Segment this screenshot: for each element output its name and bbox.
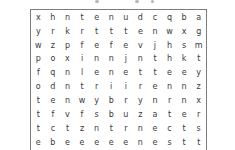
grid-cell-r10c5: e: [89, 136, 104, 150]
grid-cell-r7c11: n: [177, 94, 192, 108]
grid-cell-r3c5: e: [89, 39, 104, 53]
grid-cell-r4c7: j: [118, 53, 133, 67]
grid-cell-r3c8: v: [133, 39, 148, 53]
grid-cell-r1c8: d: [133, 11, 148, 25]
grid-cell-r10c4: e: [75, 136, 90, 150]
grid-cell-r1c9: c: [148, 11, 163, 25]
grid-cell-r6c8: r: [133, 80, 148, 94]
text-fragment: [95, 0, 99, 3]
grid-cell-r6c5: r: [89, 80, 104, 94]
grid-cell-r10c1: e: [31, 136, 46, 150]
grid-cell-r9c12: s: [191, 122, 206, 136]
grid-cell-r4c9: t: [148, 53, 163, 67]
grid-cell-r8c9: a: [148, 108, 163, 122]
grid-cell-r2c6: t: [104, 25, 119, 39]
grid-cell-r7c7: r: [118, 94, 133, 108]
grid-cell-r8c2: f: [46, 108, 61, 122]
grid-cell-r9c9: e: [148, 122, 163, 136]
grid-cell-r4c5: n: [89, 53, 104, 67]
grid-cell-r5c3: n: [60, 66, 75, 80]
text-fragment: [151, 0, 154, 3]
grid-cell-r7c3: n: [60, 94, 75, 108]
grid-cell-r8c11: e: [177, 108, 192, 122]
grid-cell-r2c9: n: [148, 25, 163, 39]
grid-cell-r3c2: z: [46, 39, 61, 53]
grid-cell-r6c1: o: [31, 80, 46, 94]
grid-cell-r9c5: n: [89, 122, 104, 136]
grid-cell-r1c5: e: [89, 11, 104, 25]
grid-cell-r7c4: w: [75, 94, 90, 108]
grid-cell-r6c7: i: [118, 80, 133, 94]
grid-cell-r6c12: z: [191, 80, 206, 94]
grid-cell-r4c1: p: [31, 53, 46, 67]
grid-cell-r2c5: t: [89, 25, 104, 39]
grid-cell-r10c10: s: [162, 136, 177, 150]
grid-cell-r1c10: q: [162, 11, 177, 25]
grid-cell-r7c10: r: [162, 94, 177, 108]
grid-cell-r2c11: x: [177, 25, 192, 39]
grid-cell-r8c12: r: [191, 108, 206, 122]
grid-cell-r6c11: n: [177, 80, 192, 94]
grid-cell-r5c6: n: [104, 66, 119, 80]
grid-cell-r8c4: f: [75, 108, 90, 122]
grid-cell-r2c10: w: [162, 25, 177, 39]
grid-cell-r9c6: t: [104, 122, 119, 136]
grid-cell-r7c6: b: [104, 94, 119, 108]
grid-cell-r5c8: t: [133, 66, 148, 80]
grid-cell-r5c7: e: [118, 66, 133, 80]
grid-cell-r4c11: k: [177, 53, 192, 67]
grid-cell-r3c4: f: [75, 39, 90, 53]
grid-cell-r3c9: j: [148, 39, 163, 53]
grid-cell-r9c3: t: [60, 122, 75, 136]
grid-cell-r10c2: b: [46, 136, 61, 150]
grid-cell-r10c12: t: [191, 136, 206, 150]
grid-cell-r4c2: o: [46, 53, 61, 67]
grid-cell-r5c4: l: [75, 66, 90, 80]
grid-cell-r3c11: s: [177, 39, 192, 53]
grid-cell-r7c5: y: [89, 94, 104, 108]
grid-cell-r7c2: e: [46, 94, 61, 108]
grid-cell-r6c9: e: [148, 80, 163, 94]
grid-cell-r7c8: y: [133, 94, 148, 108]
grid-cell-r6c3: n: [60, 80, 75, 94]
grid-cell-r2c4: r: [75, 25, 90, 39]
grid-cell-r2c7: t: [118, 25, 133, 39]
grid-cell-r5c12: y: [191, 66, 206, 80]
grid-cell-r4c3: x: [60, 53, 75, 67]
grid-cell-r8c10: t: [162, 108, 177, 122]
grid-cell-r1c11: b: [177, 11, 192, 25]
grid-cell-r4c10: h: [162, 53, 177, 67]
grid-cell-r10c3: e: [60, 136, 75, 150]
grid-cell-r4c6: n: [104, 53, 119, 67]
grid-cell-r3c3: p: [60, 39, 75, 53]
grid-cell-r9c11: t: [177, 122, 192, 136]
grid-cell-r2c2: r: [46, 25, 61, 39]
grid-cell-r7c1: t: [31, 94, 46, 108]
grid-cell-r5c9: t: [148, 66, 163, 80]
grid-cell-r5c1: f: [31, 66, 46, 80]
grid-cell-r10c11: t: [177, 136, 192, 150]
grid-cell-r9c4: z: [75, 122, 90, 136]
word-search-grid: xhntenudcqbayrkrtttenwxgwzpfefevjhsmpoxi…: [30, 9, 207, 150]
grid-cell-r1c4: t: [75, 11, 90, 25]
grid-cell-r1c3: n: [60, 11, 75, 25]
grid-cell-r3c12: m: [191, 39, 206, 53]
grid-cell-r6c4: t: [75, 80, 90, 94]
grid-cell-r1c6: n: [104, 11, 119, 25]
word-search-worksheet: xhntenudcqbayrkrtttenwxgwzpfefevjhsmpoxi…: [0, 0, 235, 150]
grid-cell-r5c10: e: [162, 66, 177, 80]
grid-cell-r8c5: s: [89, 108, 104, 122]
grid-cell-r7c12: x: [191, 94, 206, 108]
grid-cell-r2c1: y: [31, 25, 46, 39]
letter-grid: xhntenudcqbayrkrtttenwxgwzpfefevjhsmpoxi…: [31, 10, 206, 149]
grid-cell-r1c2: h: [46, 11, 61, 25]
grid-cell-r2c3: k: [60, 25, 75, 39]
grid-cell-r8c7: u: [118, 108, 133, 122]
grid-cell-r7c9: n: [148, 94, 163, 108]
grid-cell-r4c12: t: [191, 53, 206, 67]
grid-cell-r6c2: d: [46, 80, 61, 94]
grid-cell-r1c12: a: [191, 11, 206, 25]
text-fragment: [135, 0, 139, 3]
grid-cell-r3c7: e: [118, 39, 133, 53]
grid-cell-r9c10: c: [162, 122, 177, 136]
grid-cell-r4c8: n: [133, 53, 148, 67]
grid-cell-r1c7: u: [118, 11, 133, 25]
grid-cell-r5c2: q: [46, 66, 61, 80]
grid-cell-r8c3: v: [60, 108, 75, 122]
grid-cell-r4c4: i: [75, 53, 90, 67]
grid-cell-r2c12: g: [191, 25, 206, 39]
grid-cell-r10c9: e: [148, 136, 163, 150]
grid-cell-r6c10: n: [162, 80, 177, 94]
grid-cell-r3c1: w: [31, 39, 46, 53]
grid-cell-r5c11: e: [177, 66, 192, 80]
grid-cell-r3c10: h: [162, 39, 177, 53]
grid-cell-r9c2: c: [46, 122, 61, 136]
grid-cell-r9c7: r: [118, 122, 133, 136]
grid-cell-r10c8: n: [133, 136, 148, 150]
grid-cell-r1c1: x: [31, 11, 46, 25]
grid-cell-r8c1: t: [31, 108, 46, 122]
grid-cell-r8c6: b: [104, 108, 119, 122]
grid-cell-r9c8: n: [133, 122, 148, 136]
grid-cell-r10c6: e: [104, 136, 119, 150]
grid-cell-r9c1: t: [31, 122, 46, 136]
grid-cell-r3c6: f: [104, 39, 119, 53]
grid-cell-r2c8: e: [133, 25, 148, 39]
grid-cell-r8c8: z: [133, 108, 148, 122]
grid-cell-r5c5: e: [89, 66, 104, 80]
grid-cell-r10c7: e: [118, 136, 133, 150]
grid-cell-r6c6: i: [104, 80, 119, 94]
